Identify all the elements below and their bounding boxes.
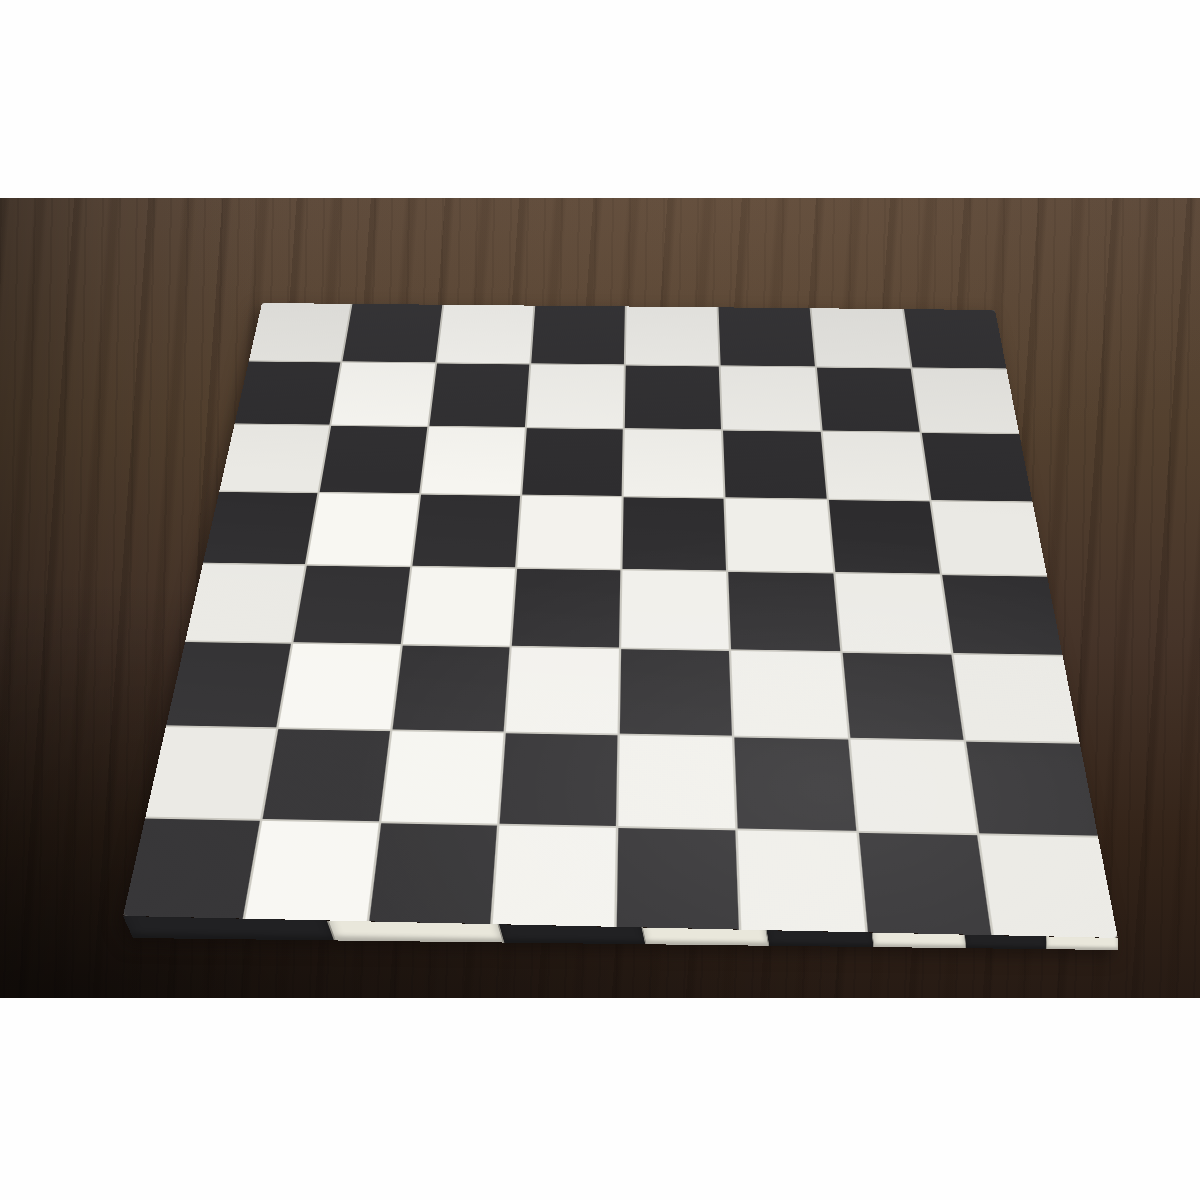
bottom-white-band xyxy=(0,998,1200,1200)
wood-table-surface xyxy=(0,198,1200,998)
top-white-band xyxy=(0,0,1200,198)
product-photo xyxy=(0,0,1200,1200)
